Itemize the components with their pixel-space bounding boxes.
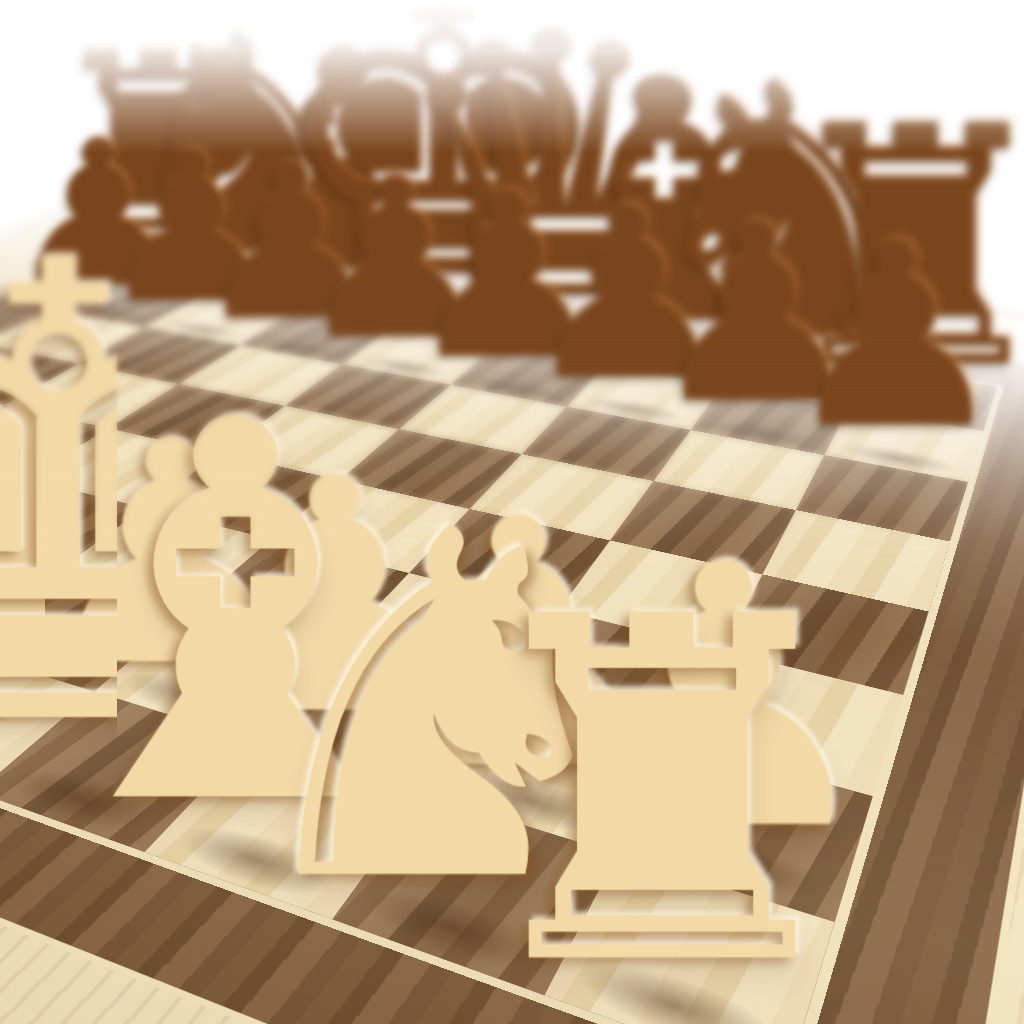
black-pawn-glyph: ♟ <box>782 209 1010 463</box>
chess-board: ♜♞♝♚♛♝♞♜♟♟♟♟♟♟♟♟♟♟♟♟♟♟♟♟♜♞♝♛♚♝♞♜ <box>0 251 1004 1024</box>
photo-scene: ♜♞♝♚♛♝♞♜♟♟♟♟♟♟♟♟♟♟♟♟♟♟♟♟♜♞♝♛♚♝♞♜ <box>0 0 1024 1024</box>
white-rook-glyph: ♜ <box>450 556 875 1024</box>
board-walnut-border: ♜♞♝♚♛♝♞♜♟♟♟♟♟♟♟♟♟♟♟♟♟♟♟♟♜♞♝♛♚♝♞♜ <box>0 226 1024 1024</box>
board-3d-wrapper: ♜♞♝♚♛♝♞♜♟♟♟♟♟♟♟♟♟♟♟♟♟♟♟♟♜♞♝♛♚♝♞♜ <box>0 191 1024 1024</box>
piece-white-rook: ♜ <box>132 556 1024 1024</box>
square-h1: ♜ <box>544 854 834 1024</box>
board-outer-frame: ♜♞♝♚♛♝♞♜♟♟♟♟♟♟♟♟♟♟♟♟♟♟♟♟♜♞♝♛♚♝♞♜ <box>0 191 1024 1024</box>
